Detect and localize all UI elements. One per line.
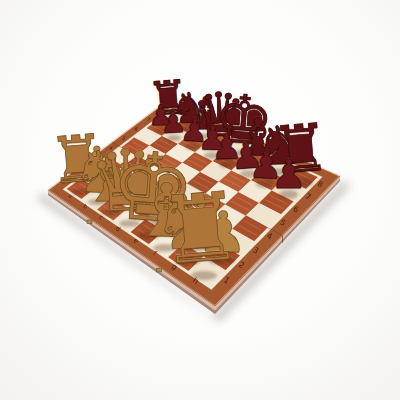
piece-white-rook-h1[interactable]: ♜ [155, 179, 246, 279]
piece-black-pawn-h7[interactable]: ♟ [271, 154, 307, 194]
chess-set-photo: aabbccddeeffgghh8877665544332211 ♜♞♝♛♚♝♞… [0, 0, 400, 400]
